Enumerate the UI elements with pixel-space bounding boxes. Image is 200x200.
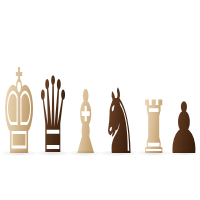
black-pawn-piece: ♟ <box>172 93 196 153</box>
white-king-piece: ♚ <box>4 53 34 153</box>
king-glyph: ♚ <box>1 53 37 171</box>
pawn-glyph: ♟ <box>167 93 200 164</box>
queen-glyph: ♛ <box>37 64 69 169</box>
chess-pieces-photo: ♚ ♛ ♝ ♞ ♜ ♟ <box>0 0 200 200</box>
black-queen-piece: ♛ <box>39 64 67 153</box>
knight-glyph: ♞ <box>101 77 137 167</box>
pieces-row: ♚ ♛ ♝ ♞ ♜ ♟ <box>0 53 200 153</box>
white-rook-piece: ♜ <box>140 91 167 153</box>
white-bishop-piece: ♝ <box>72 79 98 153</box>
black-knight-piece: ♞ <box>103 77 135 153</box>
rook-glyph: ♜ <box>140 91 167 164</box>
bishop-glyph: ♝ <box>69 79 101 167</box>
